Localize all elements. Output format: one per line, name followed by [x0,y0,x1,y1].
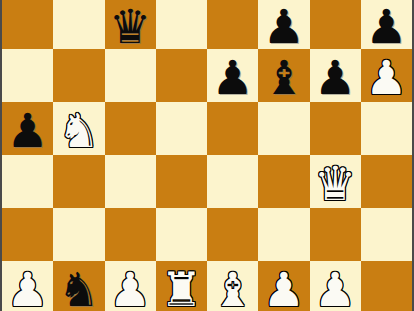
square-c7[interactable]: ♛ [105,0,156,49]
square-e2[interactable]: ♝ [207,261,258,311]
square-e4[interactable] [207,155,258,208]
square-d5[interactable] [156,102,207,155]
square-f6[interactable]: ♝ [258,49,309,102]
chess-board: ♛♟♟♟♝♟♟♟♞♛♟♞♟♜♝♟♟ [0,0,414,311]
square-c5[interactable] [105,102,156,155]
square-h6[interactable]: ♟ [361,49,412,102]
square-g3[interactable] [310,208,361,261]
white-rook[interactable]: ♜ [156,261,207,311]
black-pawn[interactable]: ♟ [258,0,309,49]
square-h2[interactable] [361,261,412,311]
white-bishop[interactable]: ♝ [207,261,258,311]
square-a4[interactable] [2,155,53,208]
square-d2[interactable]: ♜ [156,261,207,311]
square-b7[interactable] [53,0,104,49]
square-f3[interactable] [258,208,309,261]
black-pawn[interactable]: ♟ [310,49,361,102]
square-a7[interactable] [2,0,53,49]
white-pawn[interactable]: ♟ [361,49,412,102]
square-d4[interactable] [156,155,207,208]
square-a3[interactable] [2,208,53,261]
square-b5[interactable]: ♞ [53,102,104,155]
square-b2[interactable]: ♞ [53,261,104,311]
square-f4[interactable] [258,155,309,208]
square-g5[interactable] [310,102,361,155]
square-h3[interactable] [361,208,412,261]
white-pawn[interactable]: ♟ [2,261,53,311]
square-e5[interactable] [207,102,258,155]
white-queen[interactable]: ♛ [310,155,361,208]
chess-app-window: ♛♟♟♟♝♟♟♟♞♛♟♞♟♜♝♟♟ [0,0,414,311]
square-d7[interactable] [156,0,207,49]
square-h7[interactable]: ♟ [361,0,412,49]
square-g4[interactable]: ♛ [310,155,361,208]
square-b4[interactable] [53,155,104,208]
square-h4[interactable] [361,155,412,208]
white-pawn[interactable]: ♟ [105,261,156,311]
square-f2[interactable]: ♟ [258,261,309,311]
square-a6[interactable] [2,49,53,102]
square-f5[interactable] [258,102,309,155]
square-c6[interactable] [105,49,156,102]
square-g7[interactable] [310,0,361,49]
square-e3[interactable] [207,208,258,261]
white-knight[interactable]: ♞ [53,102,104,155]
square-e6[interactable]: ♟ [207,49,258,102]
square-e7[interactable] [207,0,258,49]
square-b3[interactable] [53,208,104,261]
white-pawn[interactable]: ♟ [258,261,309,311]
square-a5[interactable]: ♟ [2,102,53,155]
white-pawn[interactable]: ♟ [310,261,361,311]
square-c2[interactable]: ♟ [105,261,156,311]
square-d6[interactable] [156,49,207,102]
black-bishop[interactable]: ♝ [258,49,309,102]
black-queen[interactable]: ♛ [105,0,156,49]
black-knight[interactable]: ♞ [53,261,104,311]
square-c4[interactable] [105,155,156,208]
black-pawn[interactable]: ♟ [361,0,412,49]
square-c3[interactable] [105,208,156,261]
black-pawn[interactable]: ♟ [207,49,258,102]
square-b6[interactable] [53,49,104,102]
square-d3[interactable] [156,208,207,261]
square-h5[interactable] [361,102,412,155]
square-f7[interactable]: ♟ [258,0,309,49]
square-a2[interactable]: ♟ [2,261,53,311]
square-g2[interactable]: ♟ [310,261,361,311]
black-pawn[interactable]: ♟ [2,102,53,155]
square-g6[interactable]: ♟ [310,49,361,102]
